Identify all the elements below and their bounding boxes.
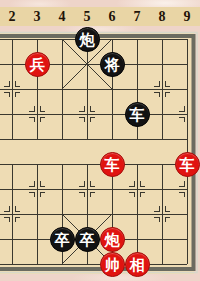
black-soldier[interactable]: 卒 xyxy=(75,227,100,252)
black-cannon[interactable]: 炮 xyxy=(75,27,100,52)
black-general[interactable]: 将 xyxy=(100,52,125,77)
red-elephant[interactable]: 相 xyxy=(125,252,150,277)
red-chariot[interactable]: 车 xyxy=(175,152,200,177)
black-soldier[interactable]: 卒 xyxy=(50,227,75,252)
red-cannon[interactable]: 炮 xyxy=(100,227,125,252)
xiangqi-game-window: 1 2 3 4 5 6 7 8 9 炮兵将车车车卒卒炮帅相 xyxy=(0,0,200,281)
red-chariot[interactable]: 车 xyxy=(100,152,125,177)
pieces-layer: 炮兵将车车车卒卒炮帅相 xyxy=(0,0,200,281)
black-chariot[interactable]: 车 xyxy=(125,102,150,127)
red-general[interactable]: 帅 xyxy=(100,252,125,277)
red-soldier[interactable]: 兵 xyxy=(25,52,50,77)
